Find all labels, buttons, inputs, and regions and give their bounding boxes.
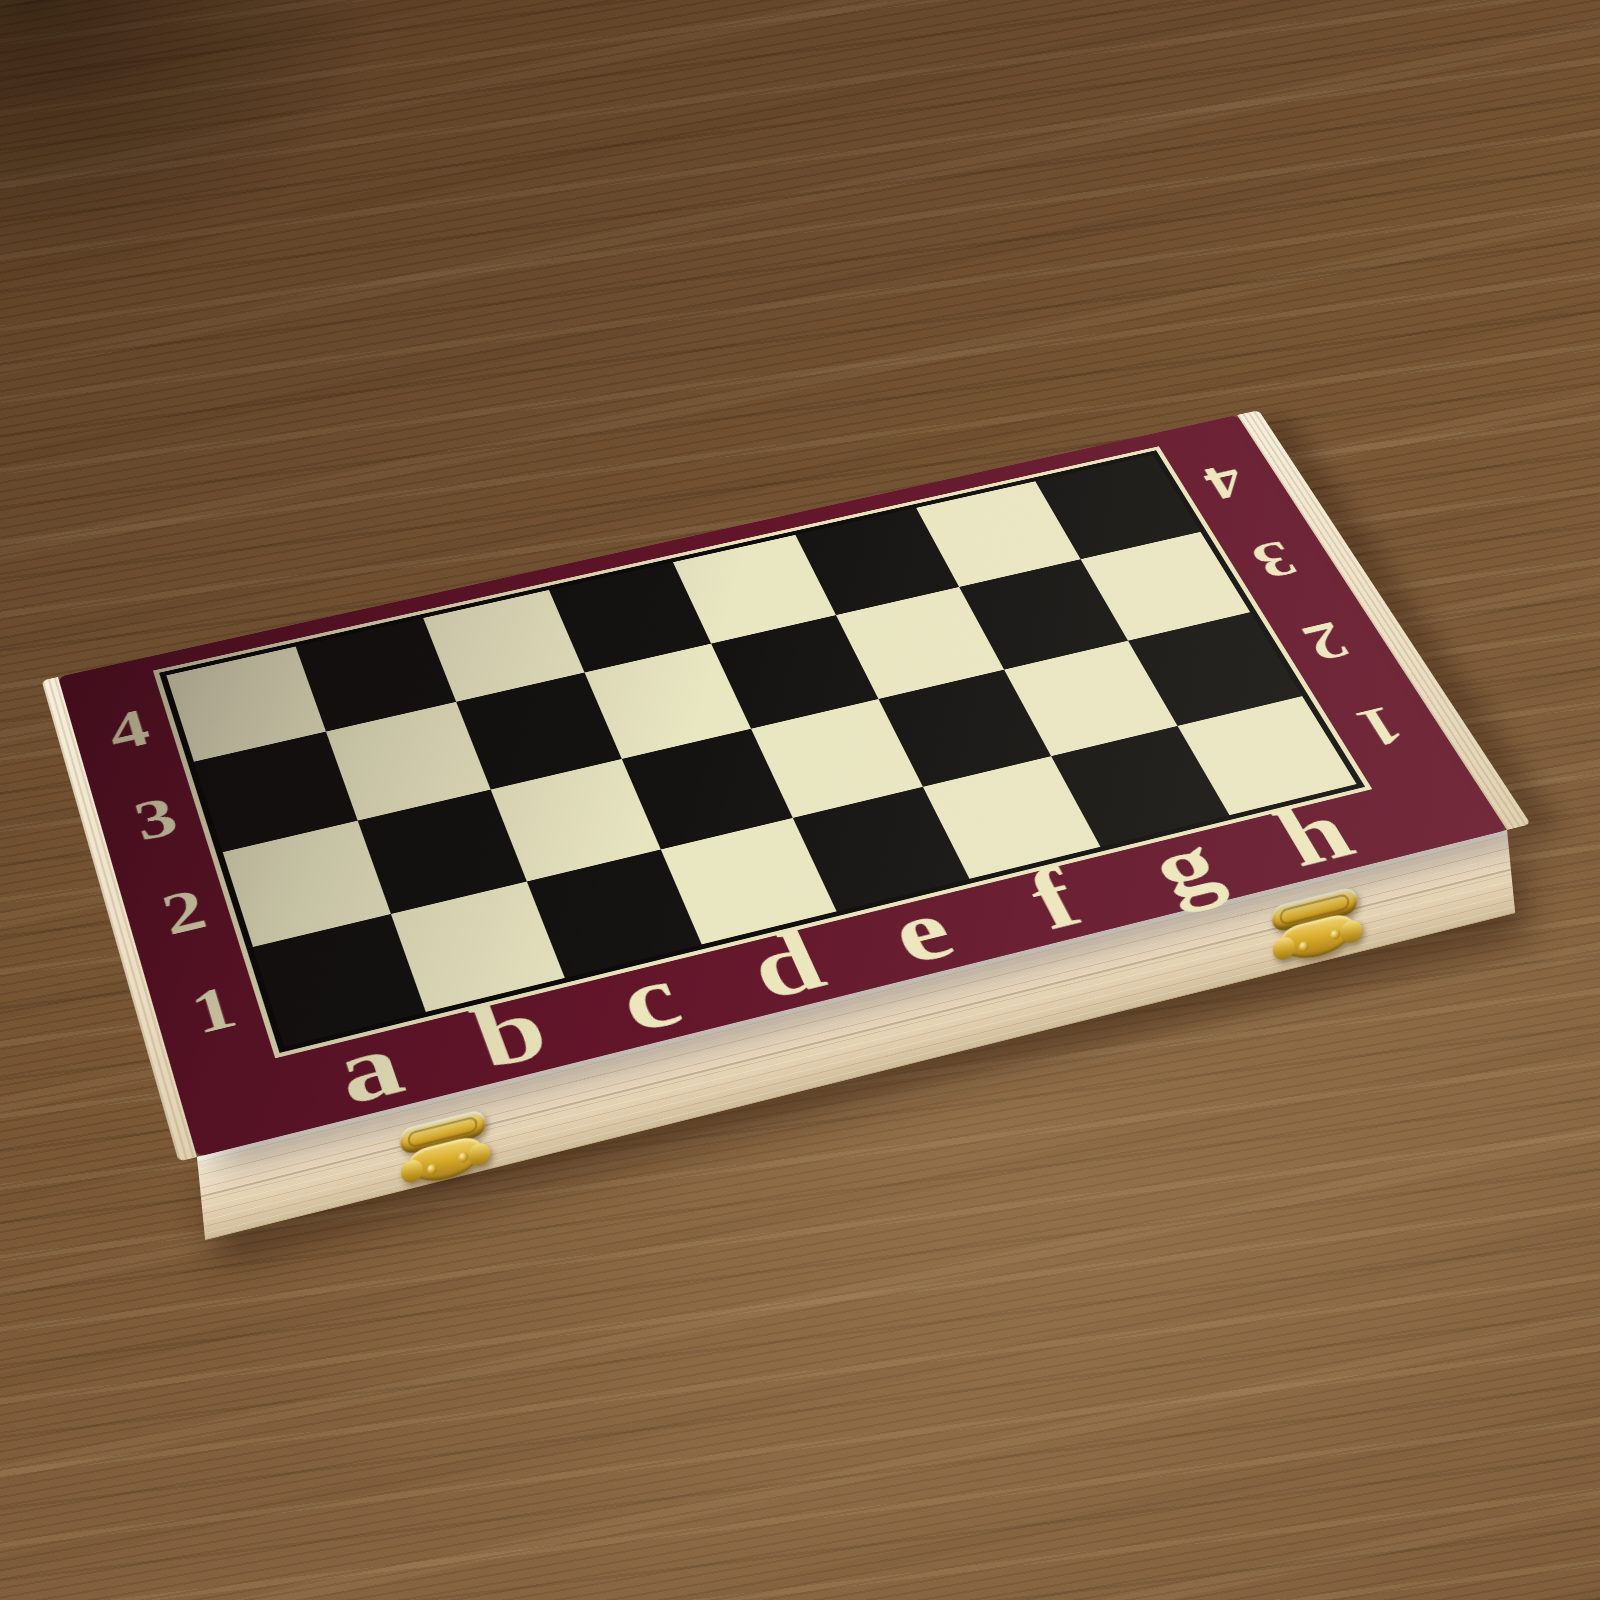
scene: 4321 4321 abcdefgh	[0, 0, 1600, 1600]
